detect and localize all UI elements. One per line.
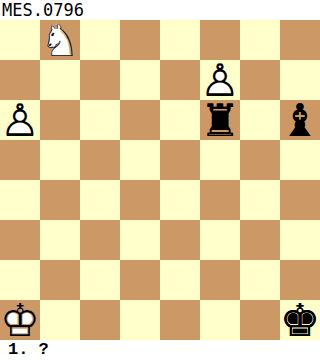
square-e2[interactable] bbox=[160, 260, 200, 300]
square-a4[interactable] bbox=[0, 180, 40, 220]
square-d8[interactable] bbox=[120, 20, 160, 60]
footer: 1. ? bbox=[0, 340, 320, 360]
square-f3[interactable] bbox=[200, 220, 240, 260]
black-rook-fill-layer: ♜ bbox=[200, 100, 240, 140]
square-d2[interactable] bbox=[120, 260, 160, 300]
square-e4[interactable] bbox=[160, 180, 200, 220]
square-b2[interactable] bbox=[40, 260, 80, 300]
header: MES.0796 bbox=[0, 0, 320, 20]
square-e7[interactable] bbox=[160, 60, 200, 100]
square-a5[interactable] bbox=[0, 140, 40, 180]
square-c1[interactable] bbox=[80, 300, 120, 340]
square-c3[interactable] bbox=[80, 220, 120, 260]
square-g6[interactable] bbox=[240, 100, 280, 140]
square-a1[interactable]: ♚♔ bbox=[0, 300, 40, 340]
square-g8[interactable] bbox=[240, 20, 280, 60]
square-b7[interactable] bbox=[40, 60, 80, 100]
black-rook-glyph: ♜ bbox=[200, 100, 240, 140]
square-e5[interactable] bbox=[160, 140, 200, 180]
square-b3[interactable] bbox=[40, 220, 80, 260]
square-a2[interactable] bbox=[0, 260, 40, 300]
square-c4[interactable] bbox=[80, 180, 120, 220]
white-knight-fill-layer: ♞ bbox=[40, 20, 80, 60]
square-h6[interactable]: ♝♝ bbox=[280, 100, 320, 140]
black-bishop: ♝♝ bbox=[280, 100, 320, 140]
square-g2[interactable] bbox=[240, 260, 280, 300]
square-c6[interactable] bbox=[80, 100, 120, 140]
white-king-fill-layer: ♚ bbox=[0, 300, 40, 340]
square-b1[interactable] bbox=[40, 300, 80, 340]
puzzle-id: MES.0796 bbox=[0, 0, 84, 20]
square-h8[interactable] bbox=[280, 20, 320, 60]
white-pawn: ♟♙ bbox=[200, 60, 240, 100]
white-pawn-glyph: ♙ bbox=[0, 100, 40, 140]
black-king: ♚♚ bbox=[280, 300, 320, 340]
square-h7[interactable] bbox=[280, 60, 320, 100]
square-g7[interactable] bbox=[240, 60, 280, 100]
white-knight-glyph: ♘ bbox=[40, 20, 80, 60]
square-f8[interactable] bbox=[200, 20, 240, 60]
black-rook: ♜♜ bbox=[200, 100, 240, 140]
square-c8[interactable] bbox=[80, 20, 120, 60]
square-b6[interactable] bbox=[40, 100, 80, 140]
move-prompt: 1. ? bbox=[0, 340, 49, 360]
square-f1[interactable] bbox=[200, 300, 240, 340]
black-king-glyph: ♚ bbox=[280, 300, 320, 340]
square-d6[interactable] bbox=[120, 100, 160, 140]
white-pawn-fill-layer: ♟ bbox=[0, 100, 40, 140]
square-a8[interactable] bbox=[0, 20, 40, 60]
square-e6[interactable] bbox=[160, 100, 200, 140]
square-g1[interactable] bbox=[240, 300, 280, 340]
square-c7[interactable] bbox=[80, 60, 120, 100]
square-b4[interactable] bbox=[40, 180, 80, 220]
square-d4[interactable] bbox=[120, 180, 160, 220]
square-d3[interactable] bbox=[120, 220, 160, 260]
square-b5[interactable] bbox=[40, 140, 80, 180]
square-f2[interactable] bbox=[200, 260, 240, 300]
white-knight: ♞♘ bbox=[40, 20, 80, 60]
square-h4[interactable] bbox=[280, 180, 320, 220]
square-f5[interactable] bbox=[200, 140, 240, 180]
square-g3[interactable] bbox=[240, 220, 280, 260]
square-h1[interactable]: ♚♚ bbox=[280, 300, 320, 340]
square-b8[interactable]: ♞♘ bbox=[40, 20, 80, 60]
black-king-fill-layer: ♚ bbox=[280, 300, 320, 340]
square-d5[interactable] bbox=[120, 140, 160, 180]
square-g4[interactable] bbox=[240, 180, 280, 220]
square-c5[interactable] bbox=[80, 140, 120, 180]
square-e8[interactable] bbox=[160, 20, 200, 60]
white-king-glyph: ♔ bbox=[0, 300, 40, 340]
square-d1[interactable] bbox=[120, 300, 160, 340]
square-h5[interactable] bbox=[280, 140, 320, 180]
square-c2[interactable] bbox=[80, 260, 120, 300]
square-f4[interactable] bbox=[200, 180, 240, 220]
square-e3[interactable] bbox=[160, 220, 200, 260]
square-a7[interactable] bbox=[0, 60, 40, 100]
white-pawn-fill-layer: ♟ bbox=[200, 60, 240, 100]
black-bishop-glyph: ♝ bbox=[280, 100, 320, 140]
white-pawn: ♟♙ bbox=[0, 100, 40, 140]
square-g5[interactable] bbox=[240, 140, 280, 180]
square-a3[interactable] bbox=[0, 220, 40, 260]
square-e1[interactable] bbox=[160, 300, 200, 340]
white-pawn-glyph: ♙ bbox=[200, 60, 240, 100]
chess-board: ♞♘♟♙♟♙♜♜♝♝♚♔♚♚ bbox=[0, 20, 320, 340]
square-h3[interactable] bbox=[280, 220, 320, 260]
square-f6[interactable]: ♜♜ bbox=[200, 100, 240, 140]
black-bishop-fill-layer: ♝ bbox=[280, 100, 320, 140]
white-king: ♚♔ bbox=[0, 300, 40, 340]
square-h2[interactable] bbox=[280, 260, 320, 300]
square-f7[interactable]: ♟♙ bbox=[200, 60, 240, 100]
square-d7[interactable] bbox=[120, 60, 160, 100]
square-a6[interactable]: ♟♙ bbox=[0, 100, 40, 140]
